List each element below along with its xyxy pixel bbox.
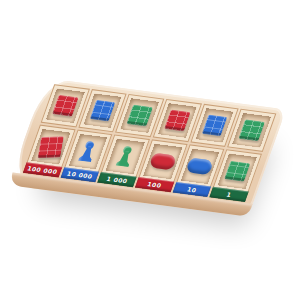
compartment-floor: [158, 103, 196, 137]
blue-skittle-icon: [78, 141, 98, 162]
compartment-floor: [143, 144, 182, 179]
red-stamp-stack-icon: [37, 136, 63, 158]
blue-stamp-stack-icon: [89, 100, 115, 121]
compartment-floor: [106, 139, 145, 174]
red-stamp-stack-icon: [164, 110, 190, 131]
green-stamp-stack-icon: [127, 105, 153, 126]
compartment-floor: [233, 113, 271, 147]
compartment-floor: [218, 154, 257, 189]
red-stamp-stack-icon: [52, 95, 78, 116]
red-lying-skittle-icon: [148, 153, 177, 171]
compartment-floor: [83, 93, 121, 127]
stamp-game-photo: 100 000 10 000 1 000: [0, 0, 300, 300]
compartment-floor: [121, 98, 159, 132]
green-stamp-stack-icon: [224, 160, 251, 182]
compartment-floor: [195, 108, 233, 142]
blue-stamp-stack-icon: [201, 115, 227, 136]
green-stamp-stack-icon: [239, 120, 265, 141]
compartment-floor: [31, 129, 70, 164]
compartment-floor: [69, 134, 108, 169]
blue-lying-skittle-icon: [186, 158, 215, 176]
compartment-floor: [46, 89, 84, 123]
compartment-floor: [181, 149, 220, 184]
wooden-tray: 100 000 10 000 1 000: [8, 78, 286, 217]
green-skittle-icon: [115, 146, 135, 167]
